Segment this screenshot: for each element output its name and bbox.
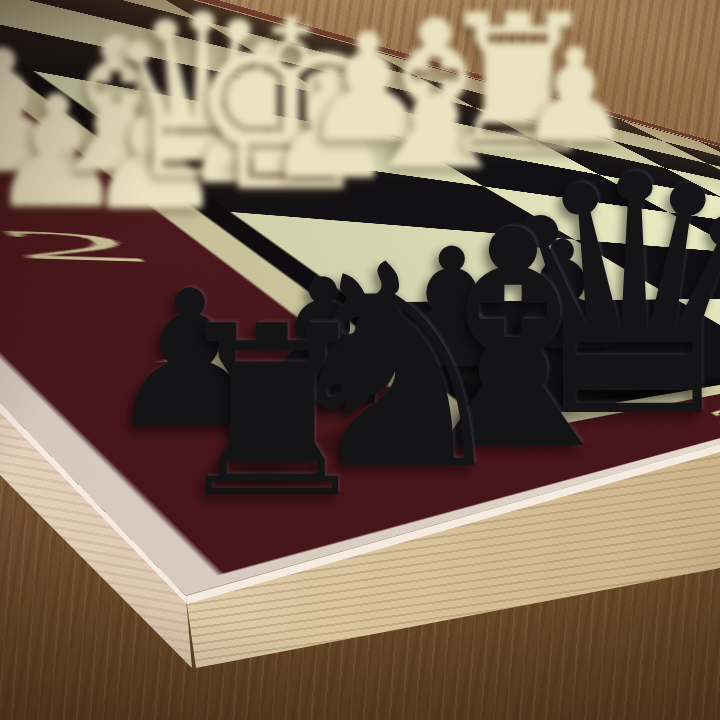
chess-photo-scene: abcdefgh 87654321 ♟♟♝♟♛♟♚♟♟♝♜♟ ♟♟♟♟♛♝♞♜ [0, 0, 720, 720]
